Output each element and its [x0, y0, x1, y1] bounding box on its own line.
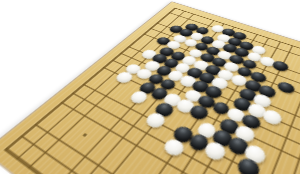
go-board — [0, 2, 300, 174]
hoshi-point — [81, 133, 86, 137]
photo-background — [0, 0, 300, 174]
